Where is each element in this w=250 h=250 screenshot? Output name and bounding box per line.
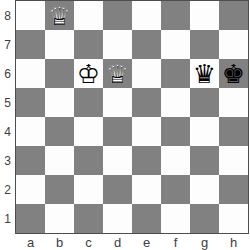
square-c6[interactable]: ♚♔ <box>74 59 103 88</box>
file-label-g: g <box>190 233 219 250</box>
square-a6[interactable] <box>16 59 45 88</box>
square-h2[interactable] <box>219 175 248 204</box>
square-h7[interactable] <box>219 30 248 59</box>
file-label-e: e <box>132 233 161 250</box>
square-d3[interactable] <box>103 146 132 175</box>
chess-board: ♛♕♚♔♛♕♛♚ <box>15 0 249 234</box>
square-g2[interactable] <box>190 175 219 204</box>
rank-label-7: 7 <box>0 30 15 59</box>
square-e7[interactable] <box>132 30 161 59</box>
square-c2[interactable] <box>74 175 103 204</box>
square-d1[interactable] <box>103 204 132 233</box>
square-g5[interactable] <box>190 88 219 117</box>
square-h4[interactable] <box>219 117 248 146</box>
square-a7[interactable] <box>16 30 45 59</box>
file-label-f: f <box>161 233 190 250</box>
square-f2[interactable] <box>161 175 190 204</box>
square-c7[interactable] <box>74 30 103 59</box>
file-label-b: b <box>45 233 74 250</box>
black-king[interactable]: ♚ <box>220 60 248 88</box>
file-label-h: h <box>219 233 248 250</box>
square-e6[interactable] <box>132 59 161 88</box>
square-a8[interactable] <box>16 1 45 30</box>
square-h6[interactable]: ♚ <box>219 59 248 88</box>
square-b7[interactable] <box>45 30 74 59</box>
square-g4[interactable] <box>190 117 219 146</box>
square-f4[interactable] <box>161 117 190 146</box>
white-queen-outline: ♕ <box>46 2 74 30</box>
square-e3[interactable] <box>132 146 161 175</box>
black-queen-glyph: ♛ <box>191 60 219 88</box>
square-f1[interactable] <box>161 204 190 233</box>
rank-labels: 87654321 <box>0 1 15 233</box>
square-e8[interactable] <box>132 1 161 30</box>
black-king-glyph: ♚ <box>220 60 248 88</box>
square-f8[interactable] <box>161 1 190 30</box>
square-f3[interactable] <box>161 146 190 175</box>
rank-label-2: 2 <box>0 175 15 204</box>
square-a4[interactable] <box>16 117 45 146</box>
square-d2[interactable] <box>103 175 132 204</box>
square-e4[interactable] <box>132 117 161 146</box>
square-c3[interactable] <box>74 146 103 175</box>
square-g7[interactable] <box>190 30 219 59</box>
white-queen[interactable]: ♛♕ <box>46 2 74 30</box>
square-c8[interactable] <box>74 1 103 30</box>
rank-label-6: 6 <box>0 59 15 88</box>
white-queen[interactable]: ♛♕ <box>104 60 132 88</box>
square-g3[interactable] <box>190 146 219 175</box>
black-queen[interactable]: ♛ <box>191 60 219 88</box>
square-g6[interactable]: ♛ <box>190 59 219 88</box>
square-f6[interactable] <box>161 59 190 88</box>
square-h1[interactable] <box>219 204 248 233</box>
chess-diagram: 87654321 ♛♕♚♔♛♕♛♚ abcdefgh <box>0 0 250 250</box>
square-a5[interactable] <box>16 88 45 117</box>
square-f7[interactable] <box>161 30 190 59</box>
white-queen-outline: ♕ <box>104 60 132 88</box>
square-d5[interactable] <box>103 88 132 117</box>
square-f5[interactable] <box>161 88 190 117</box>
square-g1[interactable] <box>190 204 219 233</box>
square-c1[interactable] <box>74 204 103 233</box>
rank-label-5: 5 <box>0 88 15 117</box>
square-d7[interactable] <box>103 30 132 59</box>
square-b8[interactable]: ♛♕ <box>45 1 74 30</box>
square-e1[interactable] <box>132 204 161 233</box>
square-b4[interactable] <box>45 117 74 146</box>
rank-label-1: 1 <box>0 204 15 233</box>
file-labels: abcdefgh <box>16 233 248 250</box>
square-e2[interactable] <box>132 175 161 204</box>
file-label-a: a <box>16 233 45 250</box>
square-g8[interactable] <box>190 1 219 30</box>
square-d4[interactable] <box>103 117 132 146</box>
square-h3[interactable] <box>219 146 248 175</box>
square-c5[interactable] <box>74 88 103 117</box>
square-a1[interactable] <box>16 204 45 233</box>
file-label-c: c <box>74 233 103 250</box>
square-a3[interactable] <box>16 146 45 175</box>
rank-label-4: 4 <box>0 117 15 146</box>
square-e5[interactable] <box>132 88 161 117</box>
square-b5[interactable] <box>45 88 74 117</box>
rank-label-8: 8 <box>0 1 15 30</box>
square-b1[interactable] <box>45 204 74 233</box>
square-d6[interactable]: ♛♕ <box>103 59 132 88</box>
file-label-d: d <box>103 233 132 250</box>
square-h8[interactable] <box>219 1 248 30</box>
square-b6[interactable] <box>45 59 74 88</box>
square-h5[interactable] <box>219 88 248 117</box>
white-king-outline: ♔ <box>75 60 103 88</box>
square-b2[interactable] <box>45 175 74 204</box>
square-d8[interactable] <box>103 1 132 30</box>
square-a2[interactable] <box>16 175 45 204</box>
white-king[interactable]: ♚♔ <box>75 60 103 88</box>
square-b3[interactable] <box>45 146 74 175</box>
rank-label-3: 3 <box>0 146 15 175</box>
square-c4[interactable] <box>74 117 103 146</box>
